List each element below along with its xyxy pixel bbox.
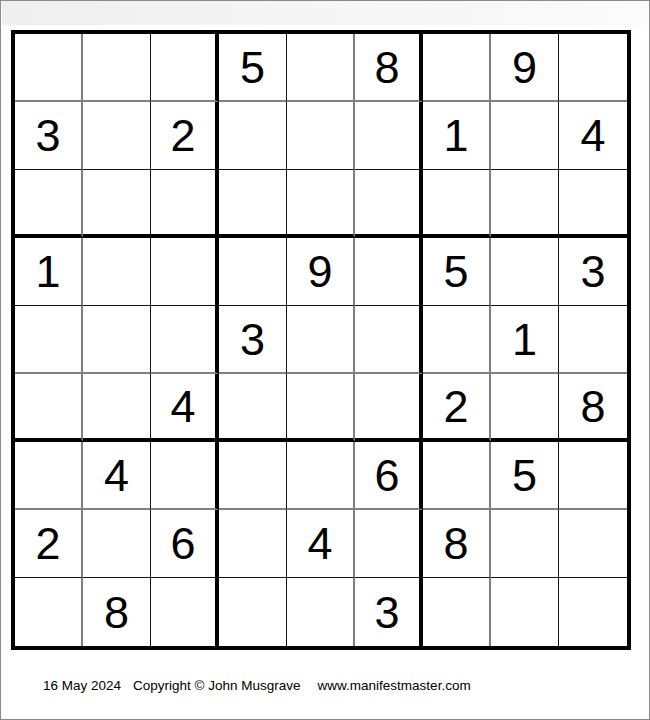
given-digit: 1 bbox=[35, 249, 60, 294]
cell-r1c9[interactable] bbox=[559, 34, 627, 102]
cell-r6c1[interactable] bbox=[15, 374, 83, 442]
cell-r1c8[interactable]: 9 bbox=[491, 34, 559, 102]
given-digit: 8 bbox=[104, 590, 129, 635]
cell-r4c5[interactable]: 9 bbox=[287, 238, 355, 306]
given-digit: 2 bbox=[170, 113, 195, 158]
cell-r4c1[interactable]: 1 bbox=[15, 238, 83, 306]
given-digit: 3 bbox=[240, 317, 265, 362]
cell-r7c3[interactable] bbox=[151, 442, 219, 510]
cell-r6c5[interactable] bbox=[287, 374, 355, 442]
cell-r9c4[interactable] bbox=[219, 578, 287, 646]
given-digit: 8 bbox=[443, 521, 468, 566]
cell-r9c7[interactable] bbox=[423, 578, 491, 646]
cell-r6c8[interactable] bbox=[491, 374, 559, 442]
given-digit: 9 bbox=[512, 45, 537, 90]
header-band bbox=[2, 1, 648, 25]
cell-r5c3[interactable] bbox=[151, 306, 219, 374]
given-digit: 6 bbox=[170, 521, 195, 566]
cell-r4c2[interactable] bbox=[83, 238, 151, 306]
footer-date: 16 May 2024 bbox=[43, 678, 121, 693]
cell-r4c8[interactable] bbox=[491, 238, 559, 306]
cell-r5c8[interactable]: 1 bbox=[491, 306, 559, 374]
cell-r8c8[interactable] bbox=[491, 510, 559, 578]
cell-r9c3[interactable] bbox=[151, 578, 219, 646]
cell-r7c5[interactable] bbox=[287, 442, 355, 510]
given-digit: 4 bbox=[580, 113, 605, 158]
cell-r4c3[interactable] bbox=[151, 238, 219, 306]
cell-r8c2[interactable] bbox=[83, 510, 151, 578]
cell-r9c1[interactable] bbox=[15, 578, 83, 646]
worksheet-page: 5893214195331428465264883 16 May 2024Cop… bbox=[0, 0, 650, 720]
cell-r9c8[interactable] bbox=[491, 578, 559, 646]
cell-r1c7[interactable] bbox=[423, 34, 491, 102]
cell-r5c2[interactable] bbox=[83, 306, 151, 374]
cell-r2c6[interactable] bbox=[355, 102, 423, 170]
cell-r3c3[interactable] bbox=[151, 170, 219, 238]
cell-r5c6[interactable] bbox=[355, 306, 423, 374]
cell-r4c7[interactable]: 5 bbox=[423, 238, 491, 306]
cell-r8c6[interactable] bbox=[355, 510, 423, 578]
cell-r9c6[interactable]: 3 bbox=[355, 578, 423, 646]
given-digit: 3 bbox=[35, 113, 60, 158]
cell-r5c7[interactable] bbox=[423, 306, 491, 374]
cell-r3c1[interactable] bbox=[15, 170, 83, 238]
cell-r6c2[interactable] bbox=[83, 374, 151, 442]
given-digit: 4 bbox=[170, 384, 195, 429]
cell-r6c4[interactable] bbox=[219, 374, 287, 442]
cell-r7c2[interactable]: 4 bbox=[83, 442, 151, 510]
given-digit: 3 bbox=[580, 249, 605, 294]
cell-r3c9[interactable] bbox=[559, 170, 627, 238]
cell-r9c2[interactable]: 8 bbox=[83, 578, 151, 646]
cell-r6c7[interactable]: 2 bbox=[423, 374, 491, 442]
given-digit: 1 bbox=[443, 113, 468, 158]
cell-r2c8[interactable] bbox=[491, 102, 559, 170]
cell-r6c3[interactable]: 4 bbox=[151, 374, 219, 442]
cell-r2c7[interactable]: 1 bbox=[423, 102, 491, 170]
cell-r8c3[interactable]: 6 bbox=[151, 510, 219, 578]
cell-r7c9[interactable] bbox=[559, 442, 627, 510]
cell-r4c6[interactable] bbox=[355, 238, 423, 306]
cell-r1c6[interactable]: 8 bbox=[355, 34, 423, 102]
cell-r7c4[interactable] bbox=[219, 442, 287, 510]
given-digit: 8 bbox=[374, 45, 399, 90]
given-digit: 8 bbox=[580, 384, 605, 429]
cell-r3c8[interactable] bbox=[491, 170, 559, 238]
cell-r8c5[interactable]: 4 bbox=[287, 510, 355, 578]
cell-r2c9[interactable]: 4 bbox=[559, 102, 627, 170]
cell-r3c7[interactable] bbox=[423, 170, 491, 238]
cell-r4c4[interactable] bbox=[219, 238, 287, 306]
cell-r7c1[interactable] bbox=[15, 442, 83, 510]
cell-r8c1[interactable]: 2 bbox=[15, 510, 83, 578]
given-digit: 2 bbox=[35, 521, 60, 566]
cell-r9c9[interactable] bbox=[559, 578, 627, 646]
footer-website: www.manifestmaster.com bbox=[318, 678, 471, 693]
cell-r2c2[interactable] bbox=[83, 102, 151, 170]
cell-r3c6[interactable] bbox=[355, 170, 423, 238]
given-digit: 6 bbox=[374, 453, 399, 498]
cell-r1c4[interactable]: 5 bbox=[219, 34, 287, 102]
cell-r2c5[interactable] bbox=[287, 102, 355, 170]
cell-r1c2[interactable] bbox=[83, 34, 151, 102]
cell-r3c5[interactable] bbox=[287, 170, 355, 238]
given-digit: 4 bbox=[104, 453, 129, 498]
given-digit: 9 bbox=[307, 249, 332, 294]
cell-r7c7[interactable] bbox=[423, 442, 491, 510]
cell-r1c1[interactable] bbox=[15, 34, 83, 102]
given-digit: 5 bbox=[240, 45, 265, 90]
given-digit: 1 bbox=[512, 317, 537, 362]
cell-r3c2[interactable] bbox=[83, 170, 151, 238]
given-digit: 3 bbox=[374, 590, 399, 635]
cell-r7c6[interactable]: 6 bbox=[355, 442, 423, 510]
given-digit: 2 bbox=[443, 384, 468, 429]
cell-r4c9[interactable]: 3 bbox=[559, 238, 627, 306]
cell-r8c9[interactable] bbox=[559, 510, 627, 578]
sudoku-board: 5893214195331428465264883 bbox=[11, 30, 631, 650]
cell-r8c7[interactable]: 8 bbox=[423, 510, 491, 578]
given-digit: 4 bbox=[307, 521, 332, 566]
cell-r2c3[interactable]: 2 bbox=[151, 102, 219, 170]
cell-r2c4[interactable] bbox=[219, 102, 287, 170]
cell-r5c1[interactable] bbox=[15, 306, 83, 374]
given-digit: 5 bbox=[512, 453, 537, 498]
cell-r5c9[interactable] bbox=[559, 306, 627, 374]
cell-r1c3[interactable] bbox=[151, 34, 219, 102]
cell-r6c9[interactable]: 8 bbox=[559, 374, 627, 442]
given-digit: 5 bbox=[443, 249, 468, 294]
cell-r2c1[interactable]: 3 bbox=[15, 102, 83, 170]
footer-copyright: Copyright © John Musgrave bbox=[133, 678, 301, 693]
footer-credit: 16 May 2024Copyright © John Musgravewww.… bbox=[43, 678, 471, 693]
cell-r9c5[interactable] bbox=[287, 578, 355, 646]
cell-r3c4[interactable] bbox=[219, 170, 287, 238]
cell-r8c4[interactable] bbox=[219, 510, 287, 578]
cell-r6c6[interactable] bbox=[355, 374, 423, 442]
cell-r1c5[interactable] bbox=[287, 34, 355, 102]
cell-r5c5[interactable] bbox=[287, 306, 355, 374]
cell-r5c4[interactable]: 3 bbox=[219, 306, 287, 374]
cell-r7c8[interactable]: 5 bbox=[491, 442, 559, 510]
